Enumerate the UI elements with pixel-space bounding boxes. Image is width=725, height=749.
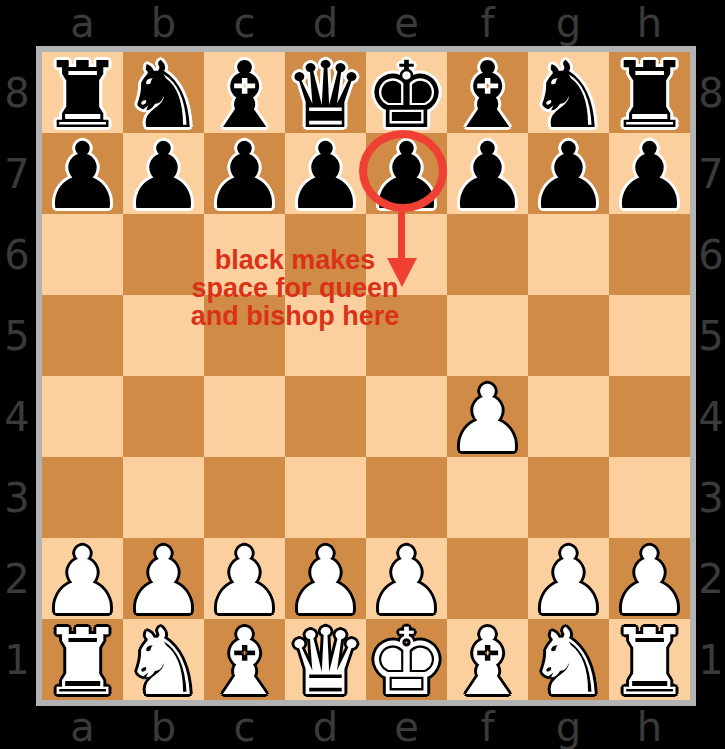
file-label-h: h bbox=[609, 704, 690, 749]
square-d3 bbox=[285, 457, 366, 538]
rank-label-2: 2 bbox=[0, 538, 34, 619]
square-c2: ♟ bbox=[204, 538, 285, 619]
square-h3 bbox=[609, 457, 690, 538]
black-pawn: ♟ bbox=[41, 131, 123, 223]
square-g7: ♟ bbox=[528, 133, 609, 214]
square-e2: ♟ bbox=[366, 538, 447, 619]
rank-label-1: 1 bbox=[0, 619, 34, 700]
square-f4: ♟ bbox=[447, 376, 528, 457]
square-g1: ♞ bbox=[528, 619, 609, 700]
file-labels-top: abcdefgh bbox=[42, 1, 690, 45]
white-queen: ♛ bbox=[284, 617, 366, 709]
square-b2: ♟ bbox=[123, 538, 204, 619]
rank-label-3: 3 bbox=[0, 457, 34, 538]
square-a1: ♜ bbox=[42, 619, 123, 700]
file-label-c: c bbox=[204, 1, 285, 45]
square-f8: ♝ bbox=[447, 52, 528, 133]
square-g2: ♟ bbox=[528, 538, 609, 619]
white-pawn: ♟ bbox=[446, 374, 528, 466]
file-label-e: e bbox=[366, 1, 447, 45]
square-c7: ♟ bbox=[204, 133, 285, 214]
chess-diagram: abcdefgh 87654321 ♜♞♝♛♚♝♞♜♟♟♟♟♟♟♟♟♟♟♟♟♟♟… bbox=[0, 0, 725, 749]
file-label-d: d bbox=[285, 1, 366, 45]
white-bishop: ♝ bbox=[203, 617, 285, 709]
rank-labels-right: 87654321 bbox=[697, 52, 725, 700]
file-label-g: g bbox=[528, 704, 609, 749]
square-a8: ♜ bbox=[42, 52, 123, 133]
square-c1: ♝ bbox=[204, 619, 285, 700]
square-h8: ♜ bbox=[609, 52, 690, 133]
file-label-f: f bbox=[447, 704, 528, 749]
black-pawn: ♟ bbox=[284, 131, 366, 223]
file-label-b: b bbox=[123, 704, 204, 749]
square-h1: ♜ bbox=[609, 619, 690, 700]
square-a2: ♟ bbox=[42, 538, 123, 619]
square-e3 bbox=[366, 457, 447, 538]
rank-label-3: 3 bbox=[697, 457, 725, 538]
file-label-c: c bbox=[204, 704, 285, 749]
square-d7: ♟ bbox=[285, 133, 366, 214]
file-label-d: d bbox=[285, 704, 366, 749]
file-label-a: a bbox=[42, 1, 123, 45]
annotation-line-2: space for queen bbox=[178, 274, 412, 302]
black-pawn: ♟ bbox=[203, 131, 285, 223]
square-d1: ♛ bbox=[285, 619, 366, 700]
annotation-line-3: and bishop here bbox=[178, 302, 412, 330]
square-g4 bbox=[528, 376, 609, 457]
file-label-a: a bbox=[42, 704, 123, 749]
rank-label-7: 7 bbox=[0, 133, 34, 214]
black-pawn: ♟ bbox=[446, 131, 528, 223]
square-h2: ♟ bbox=[609, 538, 690, 619]
rank-label-8: 8 bbox=[0, 52, 34, 133]
square-e1: ♚ bbox=[366, 619, 447, 700]
file-labels-bottom: abcdefgh bbox=[42, 704, 690, 749]
black-pawn: ♟ bbox=[608, 131, 690, 223]
rank-label-6: 6 bbox=[697, 214, 725, 295]
square-e8: ♚ bbox=[366, 52, 447, 133]
square-g5 bbox=[528, 295, 609, 376]
square-f1: ♝ bbox=[447, 619, 528, 700]
file-label-g: g bbox=[528, 1, 609, 45]
square-b1: ♞ bbox=[123, 619, 204, 700]
rank-label-4: 4 bbox=[0, 376, 34, 457]
white-knight: ♞ bbox=[122, 617, 204, 709]
square-a5 bbox=[42, 295, 123, 376]
rank-label-8: 8 bbox=[697, 52, 725, 133]
square-g8: ♞ bbox=[528, 52, 609, 133]
annotation-line-1: black makes bbox=[178, 246, 412, 274]
rank-label-5: 5 bbox=[697, 295, 725, 376]
rank-label-7: 7 bbox=[697, 133, 725, 214]
file-label-e: e bbox=[366, 704, 447, 749]
square-b8: ♞ bbox=[123, 52, 204, 133]
square-e7: ♟ bbox=[366, 133, 447, 214]
square-b3 bbox=[123, 457, 204, 538]
square-h5 bbox=[609, 295, 690, 376]
file-label-b: b bbox=[123, 1, 204, 45]
chessboard: ♜♞♝♛♚♝♞♜♟♟♟♟♟♟♟♟♟♟♟♟♟♟♟♟♜♞♝♛♚♝♞♜ bbox=[36, 46, 696, 706]
rank-label-2: 2 bbox=[697, 538, 725, 619]
white-knight: ♞ bbox=[527, 617, 609, 709]
black-pawn: ♟ bbox=[122, 131, 204, 223]
white-rook: ♜ bbox=[41, 617, 123, 709]
rank-label-5: 5 bbox=[0, 295, 34, 376]
square-c3 bbox=[204, 457, 285, 538]
square-d8: ♛ bbox=[285, 52, 366, 133]
rank-labels-left: 87654321 bbox=[0, 52, 34, 700]
annotation-text: black makes space for queen and bishop h… bbox=[178, 246, 412, 330]
rank-label-1: 1 bbox=[697, 619, 725, 700]
black-pawn: ♟ bbox=[527, 131, 609, 223]
square-f2 bbox=[447, 538, 528, 619]
file-label-f: f bbox=[447, 1, 528, 45]
square-c8: ♝ bbox=[204, 52, 285, 133]
white-king: ♚ bbox=[365, 617, 447, 709]
square-c4 bbox=[204, 376, 285, 457]
file-label-h: h bbox=[609, 1, 690, 45]
rank-label-4: 4 bbox=[697, 376, 725, 457]
white-bishop: ♝ bbox=[446, 617, 528, 709]
square-e4 bbox=[366, 376, 447, 457]
square-a4 bbox=[42, 376, 123, 457]
white-rook: ♜ bbox=[608, 617, 690, 709]
square-f5 bbox=[447, 295, 528, 376]
rank-label-6: 6 bbox=[0, 214, 34, 295]
square-f7: ♟ bbox=[447, 133, 528, 214]
square-b4 bbox=[123, 376, 204, 457]
square-d2: ♟ bbox=[285, 538, 366, 619]
square-d4 bbox=[285, 376, 366, 457]
square-a7: ♟ bbox=[42, 133, 123, 214]
square-a3 bbox=[42, 457, 123, 538]
square-h7: ♟ bbox=[609, 133, 690, 214]
square-g3 bbox=[528, 457, 609, 538]
square-h4 bbox=[609, 376, 690, 457]
square-b7: ♟ bbox=[123, 133, 204, 214]
black-pawn: ♟ bbox=[365, 131, 447, 223]
